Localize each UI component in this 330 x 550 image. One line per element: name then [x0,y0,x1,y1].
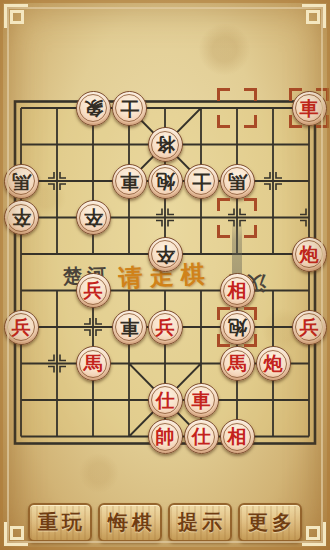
piece-glyph: 馬 [221,165,254,198]
piece-red-soldier[interactable]: 兵 [148,310,183,345]
piece-glyph: 卒 [149,238,182,271]
piece-glyph: 炮 [293,238,326,271]
piece-red-chariot[interactable]: 車 [184,383,219,418]
piece-black-chariot[interactable]: 車 [112,164,147,199]
piece-glyph: 象 [77,92,110,125]
piece-black-advisor[interactable]: 士 [184,164,219,199]
piece-red-horse[interactable]: 馬 [220,346,255,381]
piece-glyph: 兵 [77,274,110,307]
piece-glyph: 兵 [293,311,326,344]
piece-glyph: 卒 [77,201,110,234]
piece-red-elephant[interactable]: 相 [220,419,255,454]
piece-red-advisor[interactable]: 仕 [148,383,183,418]
hint-button[interactable]: 提示 [168,503,232,542]
piece-glyph: 車 [113,311,146,344]
piece-black-general[interactable]: 将 [148,127,183,162]
piece-glyph: 士 [185,165,218,198]
piece-black-chariot[interactable]: 車 [112,310,147,345]
piece-glyph: 仕 [149,384,182,417]
piece-glyph: 炮 [221,311,254,344]
piece-glyph: 仕 [185,420,218,453]
piece-red-cannon[interactable]: 炮 [256,346,291,381]
piece-glyph: 車 [185,384,218,417]
piece-glyph: 炮 [149,165,182,198]
piece-red-cannon[interactable]: 炮 [292,237,327,272]
piece-red-elephant[interactable]: 相 [220,273,255,308]
piece-black-horse[interactable]: 馬 [220,164,255,199]
piece-glyph: 兵 [5,311,38,344]
piece-glyph: 炮 [257,347,290,380]
piece-red-soldier[interactable]: 兵 [76,273,111,308]
more-button[interactable]: 更多 [238,503,302,542]
piece-black-cannon[interactable]: 炮 [148,164,183,199]
piece-glyph: 車 [113,165,146,198]
piece-red-soldier[interactable]: 兵 [292,310,327,345]
piece-red-general[interactable]: 帥 [148,419,183,454]
piece-glyph: 士 [113,92,146,125]
toolbar: 重玩悔棋提示更多 [0,503,330,542]
piece-black-soldier[interactable]: 卒 [148,237,183,272]
piece-glyph: 兵 [149,311,182,344]
piece-black-horse[interactable]: 馬 [4,164,39,199]
piece-black-soldier[interactable]: 卒 [76,200,111,235]
game-screen: 楚河 汉界 请走棋 象士将馬車炮士馬卒卒卒車炮車炮兵相兵兵兵馬馬炮仕車帥仕相 重… [0,0,330,550]
piece-glyph: 相 [221,420,254,453]
piece-black-cannon[interactable]: 炮 [220,310,255,345]
piece-red-soldier[interactable]: 兵 [4,310,39,345]
piece-red-chariot[interactable]: 車 [292,91,327,126]
piece-black-elephant[interactable]: 象 [76,91,111,126]
piece-red-advisor[interactable]: 仕 [184,419,219,454]
piece-glyph: 帥 [149,420,182,453]
piece-black-soldier[interactable]: 卒 [4,200,39,235]
piece-glyph: 相 [221,274,254,307]
piece-red-horse[interactable]: 馬 [76,346,111,381]
piece-glyph: 車 [293,92,326,125]
piece-black-advisor[interactable]: 士 [112,91,147,126]
replay-button[interactable]: 重玩 [28,503,92,542]
board-grid[interactable]: 象士将馬車炮士馬卒卒卒車炮車炮兵相兵兵兵馬馬炮仕車帥仕相 [3,90,327,455]
piece-glyph: 馬 [221,347,254,380]
piece-glyph: 馬 [77,347,110,380]
piece-glyph: 卒 [5,201,38,234]
undo-button[interactable]: 悔棋 [98,503,162,542]
piece-glyph: 馬 [5,165,38,198]
piece-glyph: 将 [149,128,182,161]
